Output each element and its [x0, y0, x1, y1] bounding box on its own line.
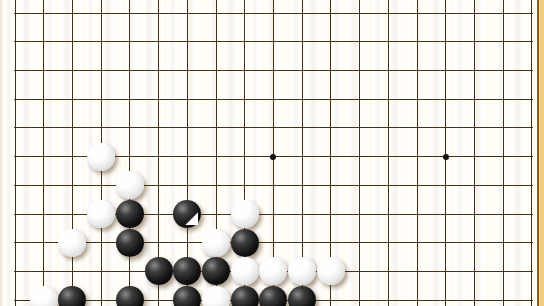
white-stone: [259, 257, 287, 285]
black-stone: [173, 257, 201, 285]
black-stone: [173, 200, 201, 228]
white-stone: [231, 257, 259, 285]
grid-line-vertical: [43, 0, 44, 306]
white-stone: [202, 286, 230, 306]
white-stone: [30, 286, 58, 306]
grid-line-horizontal: [14, 41, 533, 42]
board-right-rim: [539, 0, 544, 306]
grid-line-horizontal: [14, 70, 533, 71]
grid-line-vertical: [474, 0, 475, 306]
black-stone: [173, 286, 201, 306]
black-stone: [116, 286, 144, 306]
black-stone: [231, 286, 259, 306]
board-wood-surface: [0, 0, 544, 306]
black-stone: [145, 257, 173, 285]
star-point: [270, 154, 276, 160]
grid-line-horizontal: [14, 13, 533, 14]
grid-line-vertical: [417, 0, 418, 306]
go-board[interactable]: [0, 0, 544, 306]
white-stone: [58, 229, 86, 257]
star-point: [443, 154, 449, 160]
white-stone: [87, 200, 115, 228]
grid-line-vertical: [72, 0, 73, 306]
white-stone: [231, 200, 259, 228]
grid-line-vertical: [531, 0, 532, 306]
grid-line-vertical: [129, 0, 130, 306]
white-stone: [202, 229, 230, 257]
grid-line-vertical: [503, 0, 504, 306]
black-stone: [231, 229, 259, 257]
white-stone: [116, 171, 144, 199]
grid-line-vertical: [15, 0, 16, 306]
black-stone: [259, 286, 287, 306]
grid-line-horizontal: [14, 99, 533, 100]
grid-line-vertical: [388, 0, 389, 306]
grid-line-vertical: [359, 0, 360, 306]
grid-line-horizontal: [14, 127, 533, 128]
black-stone: [288, 286, 316, 306]
black-stone: [116, 200, 144, 228]
white-stone: [317, 257, 345, 285]
grid-line-horizontal: [14, 242, 533, 243]
white-stone: [288, 257, 316, 285]
grid-line-horizontal: [14, 185, 533, 186]
white-stone: [87, 143, 115, 171]
black-stone: [202, 257, 230, 285]
black-stone: [58, 286, 86, 306]
triangle-marker-icon: [185, 212, 198, 225]
black-stone: [116, 229, 144, 257]
